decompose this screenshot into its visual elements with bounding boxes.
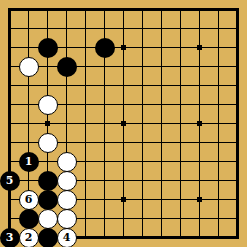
board-intersection xyxy=(57,190,76,209)
board-intersection xyxy=(95,38,114,57)
move-number-label: 3 xyxy=(6,232,14,243)
stone-black-move-3: 3 xyxy=(0,228,20,247)
board-intersection xyxy=(19,209,38,228)
board-intersection: 2 xyxy=(19,228,38,247)
board-intersection: 6 xyxy=(19,190,38,209)
board-intersection: 1 xyxy=(19,152,38,171)
board-intersection xyxy=(38,38,57,57)
stone-black xyxy=(38,171,58,191)
move-number-label: 4 xyxy=(63,232,71,243)
stone-white xyxy=(57,190,77,210)
move-number-label: 1 xyxy=(25,156,33,167)
board-intersection xyxy=(38,228,57,247)
stone-black xyxy=(57,57,77,77)
board-intersection xyxy=(38,190,57,209)
stone-black-move-5: 5 xyxy=(0,171,20,191)
board-intersection: 4 xyxy=(57,228,76,247)
stone-black xyxy=(95,38,115,58)
board-intersection xyxy=(38,171,57,190)
stone-black xyxy=(38,38,58,58)
board-intersection xyxy=(57,152,76,171)
board-intersection xyxy=(38,133,57,152)
stone-black xyxy=(19,209,39,229)
stone-white xyxy=(19,57,39,77)
stone-white xyxy=(38,133,58,153)
stone-white-move-6: 6 xyxy=(19,190,39,210)
move-number-label: 6 xyxy=(25,194,33,205)
move-number-label: 2 xyxy=(25,232,33,243)
stone-white xyxy=(57,171,77,191)
board-intersection xyxy=(38,95,57,114)
stone-white xyxy=(57,152,77,172)
stone-white-move-4: 4 xyxy=(57,228,77,247)
stone-white-move-2: 2 xyxy=(19,228,39,247)
board-intersection xyxy=(57,171,76,190)
stone-black-move-1: 1 xyxy=(19,152,39,172)
stone-black xyxy=(38,228,58,247)
board-stones-grid: 156324 xyxy=(0,0,247,247)
board-intersection xyxy=(57,209,76,228)
board-intersection: 5 xyxy=(0,171,19,190)
board-intersection xyxy=(38,209,57,228)
stone-white xyxy=(38,209,58,229)
board-intersection xyxy=(57,57,76,76)
board-intersection: 3 xyxy=(0,228,19,247)
stone-black xyxy=(38,190,58,210)
stone-white xyxy=(57,209,77,229)
go-board[interactable]: 156324 xyxy=(0,0,247,247)
stone-white xyxy=(38,95,58,115)
board-intersection xyxy=(19,57,38,76)
move-number-label: 5 xyxy=(6,175,14,186)
go-diagram-screen: 156324 xyxy=(0,0,247,247)
